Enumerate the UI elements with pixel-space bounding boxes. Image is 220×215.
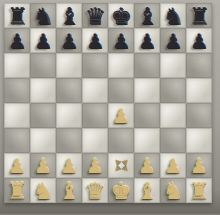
piece-white-pawn[interactable]: ♟ xyxy=(56,153,82,178)
square-e4[interactable]: ♟ xyxy=(108,103,134,128)
square-h2[interactable]: ♟ xyxy=(186,153,212,178)
piece-black-knight[interactable]: ♞ xyxy=(30,3,56,28)
square-f3[interactable] xyxy=(134,128,160,153)
piece-white-knight[interactable]: ♞ xyxy=(30,178,56,203)
indicator-arrow-sw xyxy=(113,166,121,174)
square-f6[interactable] xyxy=(134,53,160,78)
square-f2[interactable]: ♟ xyxy=(134,153,160,178)
square-d5[interactable] xyxy=(82,78,108,103)
square-b1[interactable]: ♞ xyxy=(30,178,56,203)
square-e8[interactable]: ♚ xyxy=(108,3,134,28)
square-g4[interactable] xyxy=(160,103,186,128)
square-a2[interactable]: ♟ xyxy=(4,153,30,178)
piece-white-rook[interactable]: ♜ xyxy=(186,178,212,203)
square-e5[interactable] xyxy=(108,78,134,103)
piece-white-rook[interactable]: ♜ xyxy=(4,178,30,203)
square-d4[interactable] xyxy=(82,103,108,128)
square-h3[interactable] xyxy=(186,128,212,153)
square-e2[interactable] xyxy=(108,153,134,178)
piece-black-pawn[interactable]: ♟ xyxy=(30,28,56,53)
square-a1[interactable]: ♜ xyxy=(4,178,30,203)
square-f7[interactable]: ♟ xyxy=(134,28,160,53)
square-g5[interactable] xyxy=(160,78,186,103)
square-h6[interactable] xyxy=(186,53,212,78)
indicator-arrow-ne xyxy=(122,158,130,166)
square-g6[interactable] xyxy=(160,53,186,78)
square-a5[interactable] xyxy=(4,78,30,103)
square-a3[interactable] xyxy=(4,128,30,153)
square-f5[interactable] xyxy=(134,78,160,103)
square-f4[interactable] xyxy=(134,103,160,128)
piece-black-pawn[interactable]: ♟ xyxy=(82,28,108,53)
square-b2[interactable]: ♟ xyxy=(30,153,56,178)
piece-white-pawn[interactable]: ♟ xyxy=(82,153,108,178)
piece-black-king[interactable]: ♚ xyxy=(108,3,134,28)
square-a7[interactable]: ♟ xyxy=(4,28,30,53)
square-b5[interactable] xyxy=(30,78,56,103)
piece-white-knight[interactable]: ♞ xyxy=(160,178,186,203)
square-d6[interactable] xyxy=(82,53,108,78)
indicator-arrow-nw xyxy=(113,158,121,166)
square-e6[interactable] xyxy=(108,53,134,78)
piece-white-pawn[interactable]: ♟ xyxy=(30,153,56,178)
square-c8[interactable]: ♝ xyxy=(56,3,82,28)
square-a6[interactable] xyxy=(4,53,30,78)
square-g7[interactable]: ♟ xyxy=(160,28,186,53)
indicator-arrow-se xyxy=(122,166,130,174)
piece-black-pawn[interactable]: ♟ xyxy=(134,28,160,53)
square-b4[interactable] xyxy=(30,103,56,128)
last-move-origin-indicator xyxy=(112,158,130,174)
square-d3[interactable] xyxy=(82,128,108,153)
square-d7[interactable]: ♟ xyxy=(82,28,108,53)
square-e1[interactable]: ♚ xyxy=(108,178,134,203)
square-b3[interactable] xyxy=(30,128,56,153)
piece-black-queen[interactable]: ♛ xyxy=(82,3,108,28)
piece-white-pawn[interactable]: ♟ xyxy=(186,153,212,178)
square-h5[interactable] xyxy=(186,78,212,103)
square-c4[interactable] xyxy=(56,103,82,128)
chess-board: ♜♞♝♛♚♝♞♜♟♟♟♟♟♟♟♟♟♟♟♟♟♟♟♟♜♞♝♛♚♝♞♜ xyxy=(4,3,212,203)
square-f8[interactable]: ♝ xyxy=(134,3,160,28)
piece-black-pawn[interactable]: ♟ xyxy=(56,28,82,53)
square-d1[interactable]: ♛ xyxy=(82,178,108,203)
square-d2[interactable]: ♟ xyxy=(82,153,108,178)
piece-black-pawn[interactable]: ♟ xyxy=(108,28,134,53)
square-d8[interactable]: ♛ xyxy=(82,3,108,28)
piece-black-pawn[interactable]: ♟ xyxy=(160,28,186,53)
square-h8[interactable]: ♜ xyxy=(186,3,212,28)
square-c7[interactable]: ♟ xyxy=(56,28,82,53)
piece-black-rook[interactable]: ♜ xyxy=(4,3,30,28)
square-c1[interactable]: ♝ xyxy=(56,178,82,203)
square-b7[interactable]: ♟ xyxy=(30,28,56,53)
piece-black-pawn[interactable]: ♟ xyxy=(4,28,30,53)
piece-white-pawn[interactable]: ♟ xyxy=(160,153,186,178)
square-c6[interactable] xyxy=(56,53,82,78)
square-c2[interactable]: ♟ xyxy=(56,153,82,178)
square-b8[interactable]: ♞ xyxy=(30,3,56,28)
chess-app-window: ♜♞♝♛♚♝♞♜♟♟♟♟♟♟♟♟♟♟♟♟♟♟♟♟♜♞♝♛♚♝♞♜ xyxy=(0,0,220,215)
square-c3[interactable] xyxy=(56,128,82,153)
square-e7[interactable]: ♟ xyxy=(108,28,134,53)
piece-white-pawn[interactable]: ♟ xyxy=(4,153,30,178)
piece-white-bishop[interactable]: ♝ xyxy=(56,178,82,203)
square-e3[interactable] xyxy=(108,128,134,153)
piece-white-king[interactable]: ♚ xyxy=(108,178,134,203)
square-h4[interactable] xyxy=(186,103,212,128)
square-g1[interactable]: ♞ xyxy=(160,178,186,203)
piece-black-pawn[interactable]: ♟ xyxy=(186,28,212,53)
square-a8[interactable]: ♜ xyxy=(4,3,30,28)
piece-black-knight[interactable]: ♞ xyxy=(160,3,186,28)
square-g3[interactable] xyxy=(160,128,186,153)
piece-white-pawn[interactable]: ♟ xyxy=(134,153,160,178)
piece-black-bishop[interactable]: ♝ xyxy=(56,3,82,28)
square-a4[interactable] xyxy=(4,103,30,128)
square-c5[interactable] xyxy=(56,78,82,103)
square-b6[interactable] xyxy=(30,53,56,78)
square-h1[interactable]: ♜ xyxy=(186,178,212,203)
piece-white-bishop[interactable]: ♝ xyxy=(134,178,160,203)
square-h7[interactable]: ♟ xyxy=(186,28,212,53)
piece-white-pawn[interactable]: ♟ xyxy=(108,103,134,128)
square-f1[interactable]: ♝ xyxy=(134,178,160,203)
square-g8[interactable]: ♞ xyxy=(160,3,186,28)
piece-black-bishop[interactable]: ♝ xyxy=(134,3,160,28)
piece-black-rook[interactable]: ♜ xyxy=(186,3,212,28)
square-g2[interactable]: ♟ xyxy=(160,153,186,178)
piece-white-queen[interactable]: ♛ xyxy=(82,178,108,203)
